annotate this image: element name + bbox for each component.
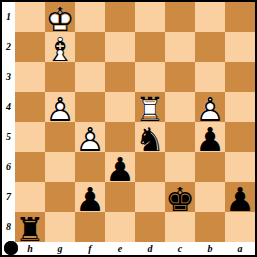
white-pawn-outline-glyph: ♙ [75, 123, 105, 156]
black-pawn-glyph: ♟ [195, 123, 225, 156]
black-to-move-indicator [4, 241, 18, 255]
square-b3[interactable] [195, 62, 225, 92]
square-f8[interactable] [75, 212, 105, 242]
square-d6[interactable] [135, 152, 165, 182]
square-g5[interactable] [45, 122, 75, 152]
square-d5[interactable]: ♞ [135, 122, 165, 152]
piece-black-pawn-f7[interactable]: ♟ [75, 182, 105, 212]
square-d1[interactable] [135, 2, 165, 32]
piece-black-pawn-b5[interactable]: ♟ [195, 122, 225, 152]
square-e7[interactable] [105, 182, 135, 212]
square-h4[interactable] [15, 92, 45, 122]
square-h5[interactable] [15, 122, 45, 152]
square-g3[interactable] [45, 62, 75, 92]
square-f2[interactable] [75, 32, 105, 62]
rank-label-3: 3 [2, 62, 15, 92]
square-h7[interactable] [15, 182, 45, 212]
square-h2[interactable] [15, 32, 45, 62]
file-label-b: b [195, 242, 225, 255]
square-g8[interactable] [45, 212, 75, 242]
piece-black-king-c7[interactable]: ♚ [165, 182, 195, 212]
square-e1[interactable] [105, 2, 135, 32]
square-d4[interactable]: ♜♖ [135, 92, 165, 122]
square-b4[interactable]: ♟♙ [195, 92, 225, 122]
square-f4[interactable] [75, 92, 105, 122]
square-a6[interactable] [225, 152, 255, 182]
square-b6[interactable] [195, 152, 225, 182]
square-a7[interactable]: ♟ [225, 182, 255, 212]
black-king-glyph: ♚ [165, 183, 195, 216]
square-f3[interactable] [75, 62, 105, 92]
rank-label-6: 6 [2, 152, 15, 182]
square-f7[interactable]: ♟ [75, 182, 105, 212]
black-pawn-glyph: ♟ [75, 183, 105, 216]
square-c3[interactable] [165, 62, 195, 92]
rank-label-5: 5 [2, 122, 15, 152]
file-label-d: d [135, 242, 165, 255]
square-g2[interactable]: ♝♗ [45, 32, 75, 62]
square-g7[interactable] [45, 182, 75, 212]
rank-label-4: 4 [2, 92, 15, 122]
square-a8[interactable] [225, 212, 255, 242]
square-a5[interactable] [225, 122, 255, 152]
white-pawn-outline-glyph: ♙ [45, 93, 75, 126]
square-a1[interactable] [225, 2, 255, 32]
black-knight-glyph: ♞ [135, 123, 165, 156]
rank-label-8: 8 [2, 212, 15, 242]
square-b7[interactable] [195, 182, 225, 212]
file-label-c: c [165, 242, 195, 255]
square-b1[interactable] [195, 2, 225, 32]
square-c2[interactable] [165, 32, 195, 62]
piece-black-knight-d5[interactable]: ♞ [135, 122, 165, 152]
square-c6[interactable] [165, 152, 195, 182]
board-grid: 1♚♔2♝♗34♟♙♜♖♟♙5♟♙♞♟6♟7♟♚♟8♜hgfedcba [2, 2, 255, 255]
rank-label-1: 1 [2, 2, 15, 32]
piece-white-pawn-f5[interactable]: ♟♙ [75, 122, 105, 152]
square-h6[interactable] [15, 152, 45, 182]
square-b5[interactable]: ♟ [195, 122, 225, 152]
piece-white-rook-d4[interactable]: ♜♖ [135, 92, 165, 122]
square-d3[interactable] [135, 62, 165, 92]
square-e4[interactable] [105, 92, 135, 122]
square-b8[interactable] [195, 212, 225, 242]
square-f5[interactable]: ♟♙ [75, 122, 105, 152]
piece-black-rook-h8[interactable]: ♜ [15, 212, 45, 242]
square-f6[interactable] [75, 152, 105, 182]
chess-diagram: 1♚♔2♝♗34♟♙♜♖♟♙5♟♙♞♟6♟7♟♚♟8♜hgfedcba [0, 0, 257, 257]
square-a4[interactable] [225, 92, 255, 122]
square-g6[interactable] [45, 152, 75, 182]
square-d8[interactable] [135, 212, 165, 242]
square-c7[interactable]: ♚ [165, 182, 195, 212]
square-e6[interactable]: ♟ [105, 152, 135, 182]
black-pawn-glyph: ♟ [105, 153, 135, 186]
square-f1[interactable] [75, 2, 105, 32]
piece-black-pawn-e6[interactable]: ♟ [105, 152, 135, 182]
square-e3[interactable] [105, 62, 135, 92]
black-pawn-glyph: ♟ [225, 183, 255, 216]
rank-label-2: 2 [2, 32, 15, 62]
file-label-g: g [45, 242, 75, 255]
square-g1[interactable]: ♚♔ [45, 2, 75, 32]
black-rook-glyph: ♜ [15, 213, 45, 246]
rank-label-7: 7 [2, 182, 15, 212]
square-h3[interactable] [15, 62, 45, 92]
square-g4[interactable]: ♟♙ [45, 92, 75, 122]
file-label-f: f [75, 242, 105, 255]
square-e2[interactable] [105, 32, 135, 62]
piece-black-pawn-a7[interactable]: ♟ [225, 182, 255, 212]
white-bishop-outline-glyph: ♗ [45, 33, 75, 66]
square-h1[interactable] [15, 2, 45, 32]
square-c5[interactable] [165, 122, 195, 152]
piece-white-pawn-g4[interactable]: ♟♙ [45, 92, 75, 122]
square-d2[interactable] [135, 32, 165, 62]
square-a3[interactable] [225, 62, 255, 92]
square-a2[interactable] [225, 32, 255, 62]
square-c1[interactable] [165, 2, 195, 32]
square-e5[interactable] [105, 122, 135, 152]
square-c4[interactable] [165, 92, 195, 122]
square-c8[interactable] [165, 212, 195, 242]
piece-white-pawn-b4[interactable]: ♟♙ [195, 92, 225, 122]
file-label-a: a [225, 242, 255, 255]
piece-white-bishop-g2[interactable]: ♝♗ [45, 32, 75, 62]
square-e8[interactable] [105, 212, 135, 242]
square-b2[interactable] [195, 32, 225, 62]
square-d7[interactable] [135, 182, 165, 212]
square-h8[interactable]: ♜ [15, 212, 45, 242]
piece-white-king-g1[interactable]: ♚♔ [45, 2, 75, 32]
file-label-e: e [105, 242, 135, 255]
